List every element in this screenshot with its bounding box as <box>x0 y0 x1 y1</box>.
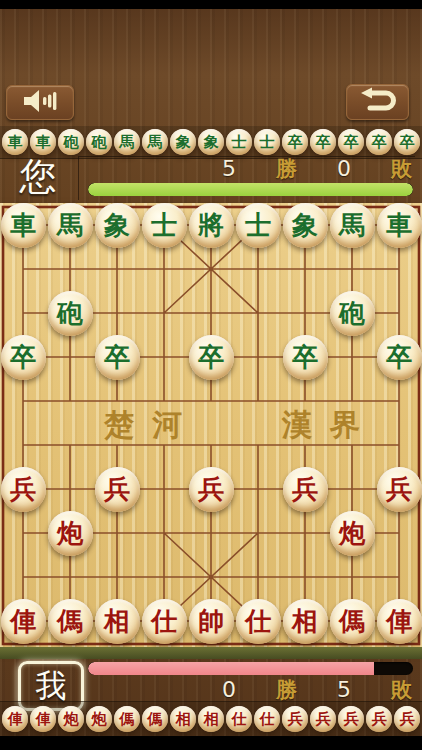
status-bar-bottom <box>0 736 422 750</box>
tray-piece-red: 兵 <box>338 706 364 732</box>
opponent-score: 5 勝 0 敗 <box>222 155 412 183</box>
tray-piece-red: 相 <box>198 706 224 732</box>
red-piece-傌[interactable]: 傌 <box>48 599 93 644</box>
player-piece-tray: 俥俥炮炮傌傌相相仕仕兵兵兵兵兵 <box>0 701 422 736</box>
red-piece-仕[interactable]: 仕 <box>142 599 187 644</box>
tray-piece-red: 兵 <box>310 706 336 732</box>
tray-piece-black: 卒 <box>310 129 336 155</box>
tray-piece-red: 兵 <box>366 706 392 732</box>
xiangqi-board[interactable]: 楚河 漢界 車馬象士將士象馬車砲砲卒卒卒卒卒兵兵兵兵兵炮炮俥傌相仕帥仕相傌俥 <box>0 203 422 650</box>
black-piece-車[interactable]: 車 <box>377 203 422 248</box>
river-label-left: 楚河 <box>104 405 200 446</box>
red-piece-相[interactable]: 相 <box>95 599 140 644</box>
player-progress-fill <box>88 662 374 675</box>
tray-piece-black: 象 <box>170 129 196 155</box>
red-piece-仕[interactable]: 仕 <box>236 599 281 644</box>
opponent-wins: 5 <box>222 156 236 181</box>
red-piece-兵[interactable]: 兵 <box>1 467 46 512</box>
red-piece-傌[interactable]: 傌 <box>330 599 375 644</box>
status-bar-top <box>0 0 422 9</box>
speaker-icon <box>22 89 58 117</box>
tray-piece-black: 卒 <box>338 129 364 155</box>
black-piece-馬[interactable]: 馬 <box>48 203 93 248</box>
tray-piece-red: 仕 <box>226 706 252 732</box>
tray-piece-red: 兵 <box>282 706 308 732</box>
player-wins: 0 <box>222 677 236 702</box>
tray-piece-red: 俥 <box>30 706 56 732</box>
red-piece-兵[interactable]: 兵 <box>377 467 422 512</box>
tray-piece-red: 仕 <box>254 706 280 732</box>
black-piece-象[interactable]: 象 <box>283 203 328 248</box>
tray-piece-black: 象 <box>198 129 224 155</box>
black-piece-將[interactable]: 將 <box>189 203 234 248</box>
tray-piece-black: 砲 <box>86 129 112 155</box>
black-piece-車[interactable]: 車 <box>1 203 46 248</box>
player-wins-label: 勝 <box>276 676 297 704</box>
tray-piece-red: 相 <box>170 706 196 732</box>
red-piece-俥[interactable]: 俥 <box>377 599 422 644</box>
tray-piece-red: 俥 <box>2 706 28 732</box>
tray-piece-black: 馬 <box>142 129 168 155</box>
player-progress-track <box>88 662 413 675</box>
black-piece-卒[interactable]: 卒 <box>283 335 328 380</box>
tray-piece-red: 炮 <box>58 706 84 732</box>
opponent-losses: 0 <box>337 156 351 181</box>
black-piece-砲[interactable]: 砲 <box>330 291 375 336</box>
opponent-name: 您 <box>12 152 64 202</box>
tray-piece-red: 兵 <box>394 706 420 732</box>
tray-piece-black: 士 <box>254 129 280 155</box>
black-piece-卒[interactable]: 卒 <box>377 335 422 380</box>
black-piece-卒[interactable]: 卒 <box>189 335 234 380</box>
board-edge-strip <box>0 647 422 659</box>
red-piece-俥[interactable]: 俥 <box>1 599 46 644</box>
opponent-wins-label: 勝 <box>276 155 297 183</box>
sound-button[interactable] <box>6 85 74 120</box>
red-piece-兵[interactable]: 兵 <box>189 467 234 512</box>
black-piece-馬[interactable]: 馬 <box>330 203 375 248</box>
red-piece-兵[interactable]: 兵 <box>95 467 140 512</box>
tray-piece-red: 炮 <box>86 706 112 732</box>
black-piece-士[interactable]: 士 <box>236 203 281 248</box>
river-label-right: 漢界 <box>282 405 378 446</box>
red-piece-炮[interactable]: 炮 <box>330 511 375 556</box>
player-losses-label: 敗 <box>391 676 412 704</box>
red-piece-炮[interactable]: 炮 <box>48 511 93 556</box>
black-piece-卒[interactable]: 卒 <box>95 335 140 380</box>
tray-piece-black: 卒 <box>366 129 392 155</box>
opponent-progress-fill <box>88 183 413 196</box>
red-piece-相[interactable]: 相 <box>283 599 328 644</box>
back-button[interactable] <box>346 84 409 120</box>
tray-piece-black: 卒 <box>282 129 308 155</box>
undo-icon <box>359 87 397 117</box>
player-score: 0 勝 5 敗 <box>222 676 412 704</box>
opponent-progress-track <box>88 183 413 196</box>
tray-piece-red: 傌 <box>114 706 140 732</box>
black-piece-砲[interactable]: 砲 <box>48 291 93 336</box>
tray-piece-red: 傌 <box>142 706 168 732</box>
black-piece-象[interactable]: 象 <box>95 203 140 248</box>
app-screen: 車車砲砲馬馬象象士士卒卒卒卒卒 您 5 勝 0 敗 楚河 漢界 車馬象士將士象馬… <box>0 0 422 750</box>
tray-piece-black: 卒 <box>394 129 420 155</box>
black-piece-士[interactable]: 士 <box>142 203 187 248</box>
red-piece-帥[interactable]: 帥 <box>189 599 234 644</box>
red-piece-兵[interactable]: 兵 <box>283 467 328 512</box>
opponent-losses-label: 敗 <box>391 155 412 183</box>
black-piece-卒[interactable]: 卒 <box>1 335 46 380</box>
tray-piece-black: 士 <box>226 129 252 155</box>
player-losses: 5 <box>337 677 351 702</box>
tray-piece-black: 馬 <box>114 129 140 155</box>
